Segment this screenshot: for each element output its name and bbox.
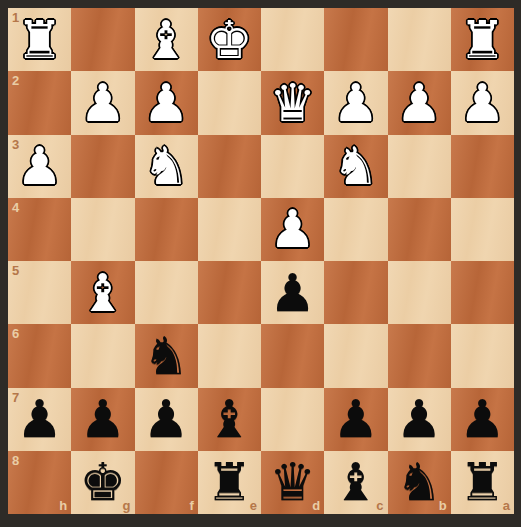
black-pawn-b7[interactable]: ♟ [388, 388, 451, 451]
black-pawn-c7[interactable]: ♟ [324, 388, 387, 451]
square-f4[interactable] [135, 198, 198, 261]
square-d1[interactable] [261, 8, 324, 71]
square-b2[interactable]: ♟ [388, 71, 451, 134]
rank-label-4: 4 [12, 200, 19, 215]
board-frame: 1♜♝♚♜2♟♟♛♟♟♟3♟♞♞4♟5♝♟6♞7♟♟♟♝♟♟♟8hg♚fe♜d♛… [0, 0, 521, 527]
square-b5[interactable] [388, 261, 451, 324]
white-rook-h1[interactable]: ♜ [8, 8, 71, 71]
square-a8[interactable]: a♜ [451, 451, 514, 514]
square-a6[interactable] [451, 324, 514, 387]
square-h5[interactable]: 5 [8, 261, 71, 324]
square-d2[interactable]: ♛ [261, 71, 324, 134]
white-knight-f3[interactable]: ♞ [135, 135, 198, 198]
square-d3[interactable] [261, 135, 324, 198]
white-king-e1[interactable]: ♚ [198, 8, 261, 71]
square-b6[interactable] [388, 324, 451, 387]
white-pawn-c2[interactable]: ♟ [324, 71, 387, 134]
square-f1[interactable]: ♝ [135, 8, 198, 71]
square-d5[interactable]: ♟ [261, 261, 324, 324]
square-d8[interactable]: d♛ [261, 451, 324, 514]
white-pawn-d4[interactable]: ♟ [261, 198, 324, 261]
square-c8[interactable]: c♝ [324, 451, 387, 514]
square-g5[interactable]: ♝ [71, 261, 134, 324]
white-pawn-f2[interactable]: ♟ [135, 71, 198, 134]
square-e3[interactable] [198, 135, 261, 198]
square-e7[interactable]: ♝ [198, 388, 261, 451]
black-pawn-g7[interactable]: ♟ [71, 388, 134, 451]
square-c2[interactable]: ♟ [324, 71, 387, 134]
square-d4[interactable]: ♟ [261, 198, 324, 261]
square-e6[interactable] [198, 324, 261, 387]
square-b3[interactable] [388, 135, 451, 198]
square-e1[interactable]: ♚ [198, 8, 261, 71]
square-d7[interactable] [261, 388, 324, 451]
square-f5[interactable] [135, 261, 198, 324]
rank-label-8: 8 [12, 453, 19, 468]
white-pawn-h3[interactable]: ♟ [8, 135, 71, 198]
square-e5[interactable] [198, 261, 261, 324]
square-f7[interactable]: ♟ [135, 388, 198, 451]
square-a7[interactable]: ♟ [451, 388, 514, 451]
black-rook-e8[interactable]: ♜ [198, 451, 261, 514]
black-pawn-f7[interactable]: ♟ [135, 388, 198, 451]
square-e4[interactable] [198, 198, 261, 261]
white-queen-d2[interactable]: ♛ [261, 71, 324, 134]
square-g2[interactable]: ♟ [71, 71, 134, 134]
white-pawn-g2[interactable]: ♟ [71, 71, 134, 134]
square-b4[interactable] [388, 198, 451, 261]
square-g3[interactable] [71, 135, 134, 198]
black-pawn-h7[interactable]: ♟ [8, 388, 71, 451]
square-b1[interactable] [388, 8, 451, 71]
black-pawn-a7[interactable]: ♟ [451, 388, 514, 451]
black-rook-a8[interactable]: ♜ [451, 451, 514, 514]
square-a5[interactable] [451, 261, 514, 324]
square-g6[interactable] [71, 324, 134, 387]
square-a1[interactable]: ♜ [451, 8, 514, 71]
white-pawn-b2[interactable]: ♟ [388, 71, 451, 134]
square-g8[interactable]: g♚ [71, 451, 134, 514]
white-bishop-g5[interactable]: ♝ [71, 261, 134, 324]
square-f2[interactable]: ♟ [135, 71, 198, 134]
square-h7[interactable]: 7♟ [8, 388, 71, 451]
square-h6[interactable]: 6 [8, 324, 71, 387]
white-bishop-f1[interactable]: ♝ [135, 8, 198, 71]
square-f3[interactable]: ♞ [135, 135, 198, 198]
square-a3[interactable] [451, 135, 514, 198]
white-knight-c3[interactable]: ♞ [324, 135, 387, 198]
square-c3[interactable]: ♞ [324, 135, 387, 198]
square-b7[interactable]: ♟ [388, 388, 451, 451]
square-c4[interactable] [324, 198, 387, 261]
square-c6[interactable] [324, 324, 387, 387]
file-label-h: h [59, 498, 67, 513]
black-knight-b8[interactable]: ♞ [388, 451, 451, 514]
white-rook-a1[interactable]: ♜ [451, 8, 514, 71]
chess-board[interactable]: 1♜♝♚♜2♟♟♛♟♟♟3♟♞♞4♟5♝♟6♞7♟♟♟♝♟♟♟8hg♚fe♜d♛… [8, 8, 514, 514]
square-c5[interactable] [324, 261, 387, 324]
black-knight-f6[interactable]: ♞ [135, 324, 198, 387]
square-f8[interactable]: f [135, 451, 198, 514]
black-bishop-c8[interactable]: ♝ [324, 451, 387, 514]
black-pawn-d5[interactable]: ♟ [261, 261, 324, 324]
square-h2[interactable]: 2 [8, 71, 71, 134]
square-g4[interactable] [71, 198, 134, 261]
square-g7[interactable]: ♟ [71, 388, 134, 451]
rank-label-6: 6 [12, 326, 19, 341]
square-c7[interactable]: ♟ [324, 388, 387, 451]
square-e2[interactable] [198, 71, 261, 134]
square-g1[interactable] [71, 8, 134, 71]
rank-label-2: 2 [12, 73, 19, 88]
square-b8[interactable]: b♞ [388, 451, 451, 514]
square-a2[interactable]: ♟ [451, 71, 514, 134]
square-e8[interactable]: e♜ [198, 451, 261, 514]
square-c1[interactable] [324, 8, 387, 71]
square-h8[interactable]: 8h [8, 451, 71, 514]
black-queen-d8[interactable]: ♛ [261, 451, 324, 514]
square-f6[interactable]: ♞ [135, 324, 198, 387]
square-h4[interactable]: 4 [8, 198, 71, 261]
black-king-g8[interactable]: ♚ [71, 451, 134, 514]
white-pawn-a2[interactable]: ♟ [451, 71, 514, 134]
rank-label-5: 5 [12, 263, 19, 278]
square-h3[interactable]: 3♟ [8, 135, 71, 198]
square-a4[interactable] [451, 198, 514, 261]
square-d6[interactable] [261, 324, 324, 387]
black-bishop-e7[interactable]: ♝ [198, 388, 261, 451]
file-label-f: f [189, 498, 193, 513]
square-h1[interactable]: 1♜ [8, 8, 71, 71]
